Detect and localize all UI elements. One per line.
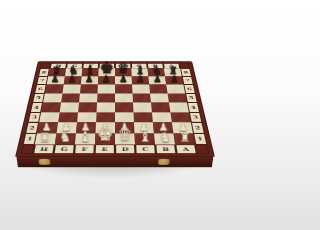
product-photo-scene: HGFEDCBA8♜♞♝♚♛♝♞♜87♟♟♟♟♟♟♟♟7665544332♟♟♟… xyxy=(0,0,220,230)
piece-white-knight: ♞ xyxy=(59,130,71,143)
piece-white-queen: ♛ xyxy=(118,127,133,144)
piece-white-rook: ♜ xyxy=(39,132,50,144)
square xyxy=(78,102,97,112)
rank-label: 8 xyxy=(180,68,192,76)
square: ♟ xyxy=(132,76,149,84)
file-label: D xyxy=(115,145,136,154)
square xyxy=(132,84,150,93)
file-label: C xyxy=(135,145,156,154)
rank-label: 7 xyxy=(182,76,194,84)
file-label: H xyxy=(33,145,55,154)
square xyxy=(150,93,169,102)
square xyxy=(168,93,187,102)
square xyxy=(133,102,152,112)
chess-board: HGFEDCBA8♜♞♝♚♛♝♞♜87♟♟♟♟♟♟♟♟7665544332♟♟♟… xyxy=(20,63,209,154)
square: ♛ xyxy=(115,133,135,144)
file-label: B xyxy=(155,145,176,154)
square xyxy=(115,84,133,93)
square xyxy=(45,84,64,93)
square xyxy=(115,93,133,102)
square xyxy=(115,102,133,112)
piece-black-pawn: ♟ xyxy=(51,74,60,83)
square xyxy=(61,93,80,102)
square: ♞ xyxy=(154,133,175,144)
square: ♟ xyxy=(64,76,82,84)
piece-black-pawn: ♟ xyxy=(68,74,77,83)
square xyxy=(166,84,185,93)
square: ♟ xyxy=(115,76,132,84)
square: ♞ xyxy=(55,133,76,144)
piece-white-bishop: ♝ xyxy=(139,129,152,143)
piece-white-bishop: ♝ xyxy=(78,129,91,143)
piece-white-king: ♚ xyxy=(97,125,114,144)
square xyxy=(97,93,115,102)
square xyxy=(80,84,98,93)
piece-white-rook: ♜ xyxy=(180,132,191,144)
square: ♜ xyxy=(173,133,195,144)
chess-board-3d: HGFEDCBA8♜♞♝♚♛♝♞♜87♟♟♟♟♟♟♟♟7665544332♟♟♟… xyxy=(16,62,213,156)
rank-label: 2 xyxy=(191,122,205,133)
square xyxy=(62,84,80,93)
piece-white-knight: ♞ xyxy=(159,130,171,143)
square: ♟ xyxy=(165,76,183,84)
square: ♟ xyxy=(98,76,115,84)
file-label: E xyxy=(94,145,115,154)
square: ♟ xyxy=(148,76,166,84)
file-label: A xyxy=(175,145,197,154)
square xyxy=(41,102,61,112)
file-label: G xyxy=(53,145,74,154)
brass-clasp xyxy=(38,159,50,165)
piece-black-pawn: ♟ xyxy=(102,74,111,83)
square xyxy=(97,102,115,112)
square xyxy=(79,93,97,102)
square xyxy=(60,102,79,112)
file-label: F xyxy=(74,145,95,154)
board-corner xyxy=(195,145,209,154)
board-front-edge xyxy=(16,156,213,167)
square xyxy=(43,93,62,102)
rank-label: 4 xyxy=(187,102,200,112)
rank-label: 5 xyxy=(185,93,198,102)
square: ♝ xyxy=(134,133,155,144)
square: ♜ xyxy=(35,133,57,144)
piece-black-pawn: ♟ xyxy=(136,74,145,83)
square xyxy=(151,102,170,112)
rank-label: 6 xyxy=(183,84,195,93)
piece-black-pawn: ♟ xyxy=(153,74,162,83)
square: ♟ xyxy=(47,76,65,84)
square xyxy=(149,84,167,93)
piece-black-pawn: ♟ xyxy=(170,74,179,83)
square: ♟ xyxy=(81,76,98,84)
square: ♝ xyxy=(75,133,96,144)
rank-label: 1 xyxy=(193,133,208,144)
piece-black-pawn: ♟ xyxy=(119,74,128,83)
rank-label: 3 xyxy=(189,112,203,122)
square xyxy=(133,93,151,102)
square xyxy=(169,102,189,112)
square: ♚ xyxy=(95,133,115,144)
brass-clasp xyxy=(158,159,170,165)
square xyxy=(97,84,115,93)
piece-black-pawn: ♟ xyxy=(85,74,94,83)
